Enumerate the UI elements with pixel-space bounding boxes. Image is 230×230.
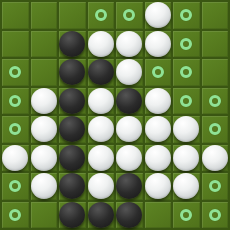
cell-f6 bbox=[145, 145, 172, 172]
cell-f7 bbox=[145, 173, 172, 200]
legal-move-marker-icon bbox=[152, 66, 164, 78]
white-disc bbox=[88, 31, 114, 57]
cell-c4 bbox=[59, 88, 86, 115]
legal-move-marker-icon bbox=[9, 66, 21, 78]
white-disc bbox=[31, 173, 57, 199]
cell-e2 bbox=[116, 31, 143, 58]
cell-h3 bbox=[202, 59, 229, 86]
cell-e7 bbox=[116, 173, 143, 200]
legal-move-marker-icon bbox=[180, 95, 192, 107]
cell-b5 bbox=[31, 116, 58, 143]
black-disc bbox=[116, 88, 142, 114]
white-disc bbox=[145, 145, 171, 171]
cell-f3[interactable] bbox=[145, 59, 172, 86]
cell-e5 bbox=[116, 116, 143, 143]
cell-a6 bbox=[2, 145, 29, 172]
black-disc bbox=[116, 202, 142, 228]
cell-h7[interactable] bbox=[202, 173, 229, 200]
legal-move-marker-icon bbox=[180, 66, 192, 78]
cell-d3 bbox=[88, 59, 115, 86]
white-disc bbox=[31, 116, 57, 142]
cell-a3[interactable] bbox=[2, 59, 29, 86]
white-disc bbox=[116, 145, 142, 171]
cell-d4 bbox=[88, 88, 115, 115]
black-disc bbox=[59, 31, 85, 57]
black-disc bbox=[59, 202, 85, 228]
legal-move-marker-icon bbox=[209, 95, 221, 107]
black-disc bbox=[59, 88, 85, 114]
legal-move-marker-icon bbox=[95, 9, 107, 21]
cell-d5 bbox=[88, 116, 115, 143]
cell-b1 bbox=[31, 2, 58, 29]
cell-b4 bbox=[31, 88, 58, 115]
white-disc bbox=[173, 145, 199, 171]
white-disc bbox=[145, 88, 171, 114]
white-disc bbox=[116, 31, 142, 57]
cell-g6 bbox=[173, 145, 200, 172]
white-disc bbox=[88, 116, 114, 142]
black-disc bbox=[59, 173, 85, 199]
cell-f4 bbox=[145, 88, 172, 115]
cell-g7 bbox=[173, 173, 200, 200]
cell-f8 bbox=[145, 202, 172, 229]
white-disc bbox=[31, 88, 57, 114]
black-disc bbox=[88, 202, 114, 228]
cell-f5 bbox=[145, 116, 172, 143]
legal-move-marker-icon bbox=[180, 38, 192, 50]
cell-g2[interactable] bbox=[173, 31, 200, 58]
cell-b3 bbox=[31, 59, 58, 86]
white-disc bbox=[116, 116, 142, 142]
legal-move-marker-icon bbox=[209, 123, 221, 135]
legal-move-marker-icon bbox=[123, 9, 135, 21]
cell-h4[interactable] bbox=[202, 88, 229, 115]
cell-h5[interactable] bbox=[202, 116, 229, 143]
cell-e1[interactable] bbox=[116, 2, 143, 29]
black-disc bbox=[88, 59, 114, 85]
cell-c5 bbox=[59, 116, 86, 143]
legal-move-marker-icon bbox=[9, 209, 21, 221]
white-disc bbox=[145, 173, 171, 199]
cell-c7 bbox=[59, 173, 86, 200]
cell-d7 bbox=[88, 173, 115, 200]
white-disc bbox=[31, 145, 57, 171]
cell-c1 bbox=[59, 2, 86, 29]
cell-h1 bbox=[202, 2, 229, 29]
cell-e6 bbox=[116, 145, 143, 172]
cell-e8 bbox=[116, 202, 143, 229]
legal-move-marker-icon bbox=[9, 180, 21, 192]
legal-move-marker-icon bbox=[180, 9, 192, 21]
white-disc bbox=[145, 116, 171, 142]
legal-move-marker-icon bbox=[209, 209, 221, 221]
cell-h8[interactable] bbox=[202, 202, 229, 229]
cell-g8[interactable] bbox=[173, 202, 200, 229]
cell-e3 bbox=[116, 59, 143, 86]
cell-f2 bbox=[145, 31, 172, 58]
cell-d6 bbox=[88, 145, 115, 172]
othello-board bbox=[0, 0, 230, 230]
white-disc bbox=[88, 173, 114, 199]
white-disc bbox=[2, 145, 28, 171]
cell-c8 bbox=[59, 202, 86, 229]
black-disc bbox=[116, 173, 142, 199]
black-disc bbox=[59, 59, 85, 85]
white-disc bbox=[88, 88, 114, 114]
cell-g4[interactable] bbox=[173, 88, 200, 115]
black-disc bbox=[59, 145, 85, 171]
white-disc bbox=[88, 145, 114, 171]
black-disc bbox=[59, 116, 85, 142]
cell-a4[interactable] bbox=[2, 88, 29, 115]
cell-g3[interactable] bbox=[173, 59, 200, 86]
cell-g1[interactable] bbox=[173, 2, 200, 29]
cell-d2 bbox=[88, 31, 115, 58]
cell-h2 bbox=[202, 31, 229, 58]
cell-a2 bbox=[2, 31, 29, 58]
legal-move-marker-icon bbox=[9, 123, 21, 135]
white-disc bbox=[173, 116, 199, 142]
cell-b7 bbox=[31, 173, 58, 200]
legal-move-marker-icon bbox=[209, 180, 221, 192]
white-disc bbox=[202, 145, 228, 171]
cell-g5 bbox=[173, 116, 200, 143]
white-disc bbox=[116, 59, 142, 85]
cell-a7[interactable] bbox=[2, 173, 29, 200]
cell-c3 bbox=[59, 59, 86, 86]
cell-b6 bbox=[31, 145, 58, 172]
cell-d8 bbox=[88, 202, 115, 229]
cell-c6 bbox=[59, 145, 86, 172]
cell-a5[interactable] bbox=[2, 116, 29, 143]
cell-b8 bbox=[31, 202, 58, 229]
white-disc bbox=[173, 173, 199, 199]
cell-f1 bbox=[145, 2, 172, 29]
legal-move-marker-icon bbox=[9, 95, 21, 107]
cell-b2 bbox=[31, 31, 58, 58]
cell-a1 bbox=[2, 2, 29, 29]
cell-c2 bbox=[59, 31, 86, 58]
cell-d1[interactable] bbox=[88, 2, 115, 29]
cell-h6 bbox=[202, 145, 229, 172]
cell-a8[interactable] bbox=[2, 202, 29, 229]
white-disc bbox=[145, 2, 171, 28]
cell-e4 bbox=[116, 88, 143, 115]
white-disc bbox=[145, 31, 171, 57]
legal-move-marker-icon bbox=[180, 209, 192, 221]
